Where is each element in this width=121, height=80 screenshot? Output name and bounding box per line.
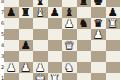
square-f3[interactable] [77,51,92,62]
square-f2[interactable] [77,62,92,73]
black-rook: ♜ [79,0,89,7]
rank-label-4: 4 [0,40,5,51]
square-h3[interactable] [106,51,121,62]
square-f5[interactable] [77,29,92,40]
square-c8[interactable]: ♝ [33,0,48,7]
square-d5[interactable] [48,29,63,40]
square-f4[interactable] [77,40,92,51]
black-king: ♚ [93,0,103,7]
square-e3[interactable] [62,51,77,62]
square-f1[interactable] [77,73,92,80]
rank-label-6: 6 [0,18,5,29]
square-d3[interactable] [48,51,63,62]
rank-label-2: 2 [0,62,5,73]
black-queen: ♛ [93,18,103,29]
square-a8[interactable] [4,0,19,7]
square-h8[interactable] [106,0,121,7]
black-pawn: ♟ [21,40,31,51]
white-pawn: ♟ [64,18,74,29]
white-king: ♚ [35,73,45,80]
square-d4[interactable] [48,40,63,51]
rank-label-5: 5 [0,29,5,40]
black-bishop: ♝ [64,7,74,18]
square-b7[interactable]: ♜ [19,7,34,18]
square-b2[interactable]: ♟ [19,62,34,73]
square-a3[interactable] [4,51,19,62]
white-pawn: ♟ [21,62,31,73]
square-h1[interactable] [106,73,121,80]
square-d6[interactable] [48,18,63,29]
square-b6[interactable] [19,18,34,29]
square-a1[interactable] [4,73,19,80]
square-c4[interactable] [33,40,48,51]
black-pawn: ♟ [6,7,16,18]
white-bishop: ♝ [35,7,45,18]
square-c3[interactable] [33,51,48,62]
rank-label-8: 8 [0,0,5,7]
square-a7[interactable]: ♟ [4,7,19,18]
square-c5[interactable] [33,29,48,40]
square-f6[interactable]: ♞ [77,18,92,29]
square-h4[interactable] [106,40,121,51]
black-bishop: ♝ [35,0,45,7]
square-a4[interactable] [4,40,19,51]
chess-board: ♝♜♚♟♜♝♟♝♟♟♞♛♜♟♟♛♟♟♟♞♚♜ [4,0,120,80]
square-g2[interactable] [91,62,106,73]
square-d1[interactable]: ♜ [48,73,63,80]
square-d7[interactable]: ♟ [48,7,63,18]
square-b8[interactable] [19,0,34,7]
square-c7[interactable]: ♝ [33,7,48,18]
square-e8[interactable] [62,0,77,7]
square-g4[interactable] [91,40,106,51]
white-rook: ♜ [108,18,118,29]
square-e7[interactable]: ♝ [62,7,77,18]
square-d8[interactable] [48,0,63,7]
rank-label-7: 7 [0,7,5,18]
square-b5[interactable] [19,29,34,40]
square-e5[interactable] [62,29,77,40]
square-b3[interactable] [19,51,34,62]
square-b4[interactable]: ♟ [19,40,34,51]
rank-label-3: 3 [0,51,5,62]
square-d2[interactable] [48,62,63,73]
square-b1[interactable] [19,73,34,80]
square-c2[interactable]: ♟ [33,62,48,73]
black-knight: ♞ [79,18,89,29]
white-rook: ♜ [50,73,60,80]
square-a5[interactable] [4,29,19,40]
square-e4[interactable]: ♛ [62,40,77,51]
square-g6[interactable]: ♛ [91,18,106,29]
square-e1[interactable] [62,73,77,80]
square-g3[interactable] [91,51,106,62]
square-e2[interactable]: ♞ [62,62,77,73]
white-pawn: ♟ [35,62,45,73]
white-pawn: ♟ [6,62,16,73]
rank-label-column: 87654321 [0,0,5,80]
square-g8[interactable]: ♚ [91,0,106,7]
white-knight: ♞ [64,62,74,73]
square-h2[interactable] [106,62,121,73]
black-pawn: ♟ [50,7,60,18]
square-e6[interactable]: ♟ [62,18,77,29]
rank-label-1: 1 [0,73,5,80]
square-c6[interactable] [33,18,48,29]
white-queen: ♛ [64,40,74,51]
square-a6[interactable] [4,18,19,29]
square-f8[interactable]: ♜ [77,0,92,7]
square-f7[interactable] [77,7,92,18]
square-h6[interactable]: ♜ [106,18,121,29]
black-rook: ♜ [21,7,31,18]
square-h7[interactable]: ♟ [106,7,121,18]
square-h5[interactable] [106,29,121,40]
black-pawn: ♟ [108,7,118,18]
square-a2[interactable]: ♟ [4,62,19,73]
square-g7[interactable] [91,7,106,18]
square-c1[interactable]: ♚ [33,73,48,80]
chess-diagram: 87654321 ♝♜♚♟♜♝♟♝♟♟♞♛♜♟♟♛♟♟♟♞♚♜ [0,0,120,80]
white-pawn: ♟ [93,29,103,40]
square-g5[interactable]: ♟ [91,29,106,40]
square-g1[interactable] [91,73,106,80]
